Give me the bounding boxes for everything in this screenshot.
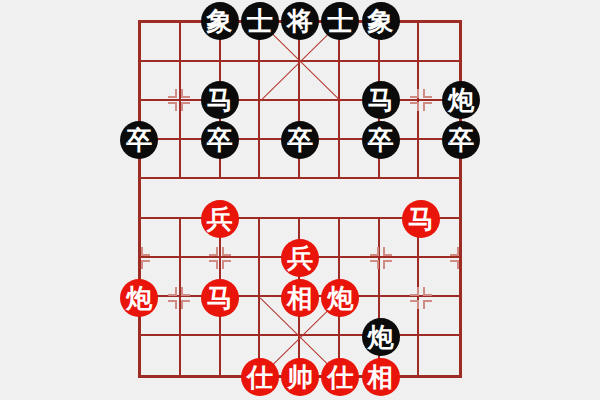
river-cell [141, 179, 181, 218]
piece-black-advisor[interactable]: 士 [321, 2, 359, 40]
piece-black-horse[interactable]: 马 [362, 81, 400, 119]
piece-black-advisor[interactable]: 士 [241, 2, 279, 40]
star-point-corner [181, 300, 190, 309]
star-point-corner [168, 300, 177, 309]
star-point-marker [446, 243, 476, 273]
piece-red-soldier[interactable]: 兵 [201, 200, 239, 238]
star-point-corner [370, 260, 379, 269]
star-point-corner [222, 260, 231, 269]
star-point-corner [168, 102, 177, 111]
star-point-corner [383, 247, 392, 256]
star-point-marker [164, 85, 194, 115]
grid-cell [141, 336, 181, 375]
star-point-corner [450, 260, 459, 269]
star-point-corner [423, 300, 432, 309]
piece-red-elephant[interactable]: 相 [362, 358, 400, 396]
piece-black-elephant[interactable]: 象 [201, 2, 239, 40]
grid-cell [419, 336, 459, 375]
star-point-marker [406, 85, 436, 115]
star-point-corner [450, 247, 459, 256]
star-point-marker [406, 283, 436, 313]
star-point-corner [181, 89, 190, 98]
piece-black-soldier[interactable]: 卒 [442, 121, 480, 159]
river-cell [340, 179, 380, 218]
piece-black-soldier[interactable]: 卒 [120, 121, 158, 159]
star-point-marker [366, 243, 396, 273]
star-point-corner [141, 247, 150, 256]
star-point-marker [205, 243, 235, 273]
star-point-corner [410, 89, 419, 98]
piece-black-cannon[interactable]: 炮 [442, 81, 480, 119]
piece-red-horse[interactable]: 马 [201, 279, 239, 317]
grid-cell [419, 23, 459, 62]
piece-black-general[interactable]: 将 [281, 2, 319, 40]
river-cell [300, 179, 340, 218]
piece-black-cannon[interactable]: 炮 [362, 318, 400, 356]
board-grid [138, 20, 462, 378]
grid-cell [141, 23, 181, 62]
piece-black-soldier[interactable]: 卒 [362, 121, 400, 159]
xiangqi-app-background: 象士将士象马马炮卒卒卒卒卒兵马兵炮马相炮炮仕帅仕相 [0, 0, 600, 400]
star-point-corner [423, 89, 432, 98]
piece-red-elephant[interactable]: 相 [281, 279, 319, 317]
piece-red-cannon[interactable]: 炮 [120, 279, 158, 317]
star-point-corner [222, 247, 231, 256]
star-point-marker [164, 283, 194, 313]
star-point-corner [141, 260, 150, 269]
star-point-corner [410, 300, 419, 309]
piece-red-horse[interactable]: 马 [402, 200, 440, 238]
star-point-corner [410, 287, 419, 296]
piece-black-soldier[interactable]: 卒 [201, 121, 239, 159]
star-point-corner [168, 287, 177, 296]
grid-cell [181, 336, 221, 375]
star-point-corner [423, 102, 432, 111]
star-point-corner [423, 287, 432, 296]
piece-red-advisor[interactable]: 仕 [241, 358, 279, 396]
star-point-corner [168, 89, 177, 98]
star-point-marker [124, 243, 154, 273]
piece-black-horse[interactable]: 马 [201, 81, 239, 119]
star-point-corner [181, 102, 190, 111]
piece-red-cannon[interactable]: 炮 [321, 279, 359, 317]
star-point-corner [383, 260, 392, 269]
star-point-corner [209, 260, 218, 269]
piece-red-general[interactable]: 帅 [281, 358, 319, 396]
xiangqi-board[interactable]: 象士将士象马马炮卒卒卒卒卒兵马兵炮马相炮炮仕帅仕相 [139, 21, 461, 377]
piece-black-soldier[interactable]: 卒 [281, 121, 319, 159]
star-point-corner [410, 102, 419, 111]
star-point-corner [370, 247, 379, 256]
piece-red-advisor[interactable]: 仕 [321, 358, 359, 396]
star-point-corner [181, 287, 190, 296]
piece-black-elephant[interactable]: 象 [362, 2, 400, 40]
star-point-corner [209, 247, 218, 256]
river-cell [260, 179, 300, 218]
